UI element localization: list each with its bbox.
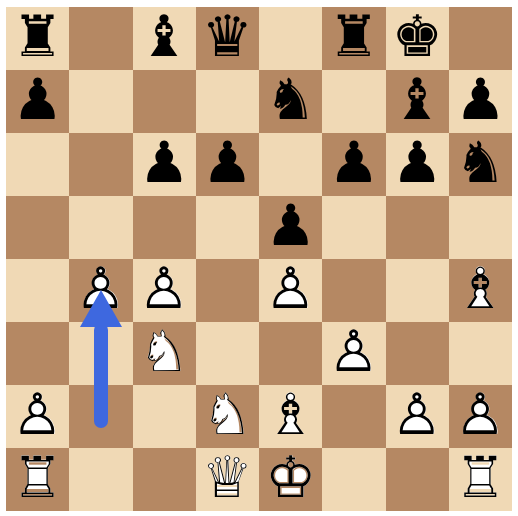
chess-board: ♜♝♛♜♚♟♞♝♟♟♟♟♟♞♟♟♙♟♙♟♙♝♗♞♘♟♙♟♙♞♘♝♗♟♙♟♙♜♖♛… <box>6 7 512 511</box>
square-h5[interactable] <box>449 196 512 259</box>
piece-black-knight: ♞ <box>259 70 322 133</box>
square-c2[interactable] <box>133 385 196 448</box>
square-e7[interactable]: ♞ <box>259 70 322 133</box>
square-h7[interactable]: ♟ <box>449 70 512 133</box>
white-pawn-outline-icon: ♙ <box>449 383 512 446</box>
square-h4[interactable]: ♝♗ <box>449 259 512 322</box>
square-a1[interactable]: ♜♖ <box>6 448 69 511</box>
white-king-outline-icon: ♔ <box>259 446 322 509</box>
piece-white-knight: ♞♘ <box>133 322 196 385</box>
piece-white-knight: ♞♘ <box>196 385 259 448</box>
piece-black-rook: ♜ <box>6 7 69 70</box>
square-h1[interactable]: ♜♖ <box>449 448 512 511</box>
piece-black-pawn: ♟ <box>196 133 259 196</box>
black-knight-icon: ♞ <box>449 131 512 194</box>
square-a4[interactable] <box>6 259 69 322</box>
square-b8[interactable] <box>69 7 132 70</box>
square-b6[interactable] <box>69 133 132 196</box>
piece-black-pawn: ♟ <box>133 133 196 196</box>
square-f3[interactable]: ♟♙ <box>322 322 385 385</box>
black-rook-icon: ♜ <box>322 5 385 68</box>
white-pawn-outline-icon: ♙ <box>386 383 449 446</box>
white-pawn-outline-icon: ♙ <box>69 257 132 320</box>
square-a8[interactable]: ♜ <box>6 7 69 70</box>
piece-black-bishop: ♝ <box>386 70 449 133</box>
square-f4[interactable] <box>322 259 385 322</box>
piece-white-pawn: ♟♙ <box>449 385 512 448</box>
white-pawn-outline-icon: ♙ <box>259 257 322 320</box>
square-d1[interactable]: ♛♕ <box>196 448 259 511</box>
square-g4[interactable] <box>386 259 449 322</box>
square-f5[interactable] <box>322 196 385 259</box>
white-rook-outline-icon: ♖ <box>6 446 69 509</box>
white-rook-outline-icon: ♖ <box>449 446 512 509</box>
white-pawn-outline-icon: ♙ <box>322 320 385 383</box>
black-pawn-icon: ♟ <box>386 131 449 194</box>
square-b1[interactable] <box>69 448 132 511</box>
square-d4[interactable] <box>196 259 259 322</box>
square-e6[interactable] <box>259 133 322 196</box>
square-b2[interactable] <box>69 385 132 448</box>
square-f2[interactable] <box>322 385 385 448</box>
square-e8[interactable] <box>259 7 322 70</box>
piece-white-pawn: ♟♙ <box>69 259 132 322</box>
square-b5[interactable] <box>69 196 132 259</box>
square-e5[interactable]: ♟ <box>259 196 322 259</box>
square-c3[interactable]: ♞♘ <box>133 322 196 385</box>
square-d5[interactable] <box>196 196 259 259</box>
square-c1[interactable] <box>133 448 196 511</box>
black-rook-icon: ♜ <box>6 5 69 68</box>
piece-black-pawn: ♟ <box>6 70 69 133</box>
piece-white-rook: ♜♖ <box>6 448 69 511</box>
square-f8[interactable]: ♜ <box>322 7 385 70</box>
piece-white-bishop: ♝♗ <box>449 259 512 322</box>
black-pawn-icon: ♟ <box>6 68 69 131</box>
black-bishop-icon: ♝ <box>386 68 449 131</box>
piece-white-bishop: ♝♗ <box>259 385 322 448</box>
square-c8[interactable]: ♝ <box>133 7 196 70</box>
square-b7[interactable] <box>69 70 132 133</box>
piece-black-pawn: ♟ <box>322 133 385 196</box>
piece-white-pawn: ♟♙ <box>322 322 385 385</box>
piece-black-pawn: ♟ <box>386 133 449 196</box>
square-g5[interactable] <box>386 196 449 259</box>
square-g3[interactable] <box>386 322 449 385</box>
black-king-icon: ♚ <box>386 5 449 68</box>
black-pawn-icon: ♟ <box>133 131 196 194</box>
square-g6[interactable]: ♟ <box>386 133 449 196</box>
square-g8[interactable]: ♚ <box>386 7 449 70</box>
piece-white-king: ♚♔ <box>259 448 322 511</box>
square-c6[interactable]: ♟ <box>133 133 196 196</box>
black-queen-icon: ♛ <box>196 5 259 68</box>
black-pawn-icon: ♟ <box>196 131 259 194</box>
square-g7[interactable]: ♝ <box>386 70 449 133</box>
square-a3[interactable] <box>6 322 69 385</box>
square-c4[interactable]: ♟♙ <box>133 259 196 322</box>
piece-black-pawn: ♟ <box>259 196 322 259</box>
black-pawn-icon: ♟ <box>322 131 385 194</box>
square-f6[interactable]: ♟ <box>322 133 385 196</box>
white-knight-outline-icon: ♘ <box>196 383 259 446</box>
square-h3[interactable] <box>449 322 512 385</box>
square-h8[interactable] <box>449 7 512 70</box>
piece-white-pawn: ♟♙ <box>259 259 322 322</box>
square-d2[interactable]: ♞♘ <box>196 385 259 448</box>
square-b3[interactable] <box>69 322 132 385</box>
piece-black-pawn: ♟ <box>449 70 512 133</box>
square-f1[interactable] <box>322 448 385 511</box>
piece-white-pawn: ♟♙ <box>133 259 196 322</box>
square-g2[interactable]: ♟♙ <box>386 385 449 448</box>
black-knight-icon: ♞ <box>259 68 322 131</box>
piece-black-knight: ♞ <box>449 133 512 196</box>
square-a7[interactable]: ♟ <box>6 70 69 133</box>
piece-white-pawn: ♟♙ <box>386 385 449 448</box>
piece-white-pawn: ♟♙ <box>6 385 69 448</box>
piece-white-queen: ♛♕ <box>196 448 259 511</box>
square-a2[interactable]: ♟♙ <box>6 385 69 448</box>
white-bishop-outline-icon: ♗ <box>449 257 512 320</box>
square-a5[interactable] <box>6 196 69 259</box>
square-e2[interactable]: ♝♗ <box>259 385 322 448</box>
square-h2[interactable]: ♟♙ <box>449 385 512 448</box>
black-pawn-icon: ♟ <box>449 68 512 131</box>
square-f7[interactable] <box>322 70 385 133</box>
square-g1[interactable] <box>386 448 449 511</box>
black-bishop-icon: ♝ <box>133 5 196 68</box>
square-e4[interactable]: ♟♙ <box>259 259 322 322</box>
square-e1[interactable]: ♚♔ <box>259 448 322 511</box>
white-pawn-outline-icon: ♙ <box>6 383 69 446</box>
piece-white-rook: ♜♖ <box>449 448 512 511</box>
piece-black-bishop: ♝ <box>133 7 196 70</box>
black-pawn-icon: ♟ <box>259 194 322 257</box>
square-h6[interactable]: ♞ <box>449 133 512 196</box>
square-b4[interactable]: ♟♙ <box>69 259 132 322</box>
square-c5[interactable] <box>133 196 196 259</box>
white-pawn-outline-icon: ♙ <box>133 257 196 320</box>
white-knight-outline-icon: ♘ <box>133 320 196 383</box>
square-d8[interactable]: ♛ <box>196 7 259 70</box>
piece-black-rook: ♜ <box>322 7 385 70</box>
piece-black-king: ♚ <box>386 7 449 70</box>
square-d7[interactable] <box>196 70 259 133</box>
square-c7[interactable] <box>133 70 196 133</box>
square-d6[interactable]: ♟ <box>196 133 259 196</box>
white-queen-outline-icon: ♕ <box>196 446 259 509</box>
square-a6[interactable] <box>6 133 69 196</box>
chess-board-screenshot: ♜♝♛♜♚♟♞♝♟♟♟♟♟♞♟♟♙♟♙♟♙♝♗♞♘♟♙♟♙♞♘♝♗♟♙♟♙♜♖♛… <box>0 0 518 516</box>
piece-black-queen: ♛ <box>196 7 259 70</box>
white-bishop-outline-icon: ♗ <box>259 383 322 446</box>
square-d3[interactable] <box>196 322 259 385</box>
square-e3[interactable] <box>259 322 322 385</box>
